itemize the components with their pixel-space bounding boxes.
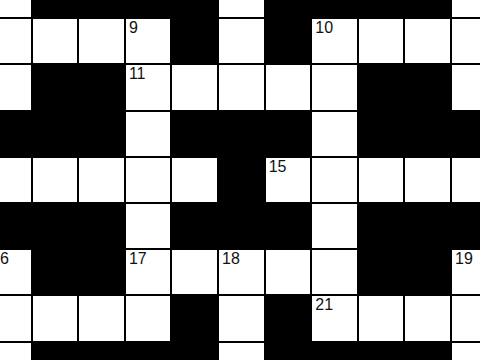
clue-number-18: 18 [222, 251, 240, 268]
cell-r4-c8[interactable] [359, 158, 404, 202]
cell-r8-c1 [33, 343, 78, 360]
cell-r3-c5 [219, 112, 264, 156]
cell-r8-c9 [405, 343, 450, 360]
cell-r5-c2 [79, 204, 124, 248]
clue-number-15: 15 [269, 159, 287, 176]
cell-r7-c0[interactable] [0, 296, 31, 340]
cell-r3-c9 [405, 112, 450, 156]
cell-r2-c2 [79, 65, 124, 109]
cell-r3-c3[interactable] [126, 112, 171, 156]
cell-r3-c0 [0, 112, 31, 156]
clue-number-17: 17 [129, 251, 147, 268]
cell-r4-c10[interactable] [452, 158, 480, 202]
clue-number-9: 9 [129, 20, 138, 37]
cell-r6-c9 [405, 250, 450, 294]
cell-r3-c2 [79, 112, 124, 156]
cell-r7-c2[interactable] [79, 296, 124, 340]
cell-r1-c6 [266, 19, 311, 63]
cell-r8-c3 [126, 343, 171, 360]
cell-r5-c10 [452, 204, 480, 248]
cell-r4-c7[interactable] [312, 158, 357, 202]
cell-r6-c7[interactable] [312, 250, 357, 294]
cell-r6-c4[interactable] [172, 250, 217, 294]
cell-r0-c10[interactable] [452, 0, 480, 17]
clue-number-10: 10 [315, 20, 333, 37]
cell-r1-c0[interactable] [0, 19, 31, 63]
cell-r5-c0 [0, 204, 31, 248]
cell-r1-c1[interactable] [33, 19, 78, 63]
cell-r7-c3[interactable] [126, 296, 171, 340]
clue-number-19: 19 [455, 251, 473, 268]
cell-r4-c4[interactable] [172, 158, 217, 202]
cell-r8-c10[interactable] [452, 343, 480, 360]
cell-r4-c6[interactable]: 15 [266, 158, 311, 202]
cell-r6-c1 [33, 250, 78, 294]
cell-r4-c0[interactable] [0, 158, 31, 202]
cell-r3-c10 [452, 112, 480, 156]
cell-r5-c3[interactable] [126, 204, 171, 248]
cell-r8-c6 [266, 343, 311, 360]
cell-r2-c0[interactable] [0, 65, 31, 109]
cell-r8-c8 [359, 343, 404, 360]
cell-r0-c4 [172, 0, 217, 17]
cell-r1-c10[interactable] [452, 19, 480, 63]
cell-r0-c7 [312, 0, 357, 17]
cell-r3-c8 [359, 112, 404, 156]
cell-r3-c1 [33, 112, 78, 156]
cell-r4-c2[interactable] [79, 158, 124, 202]
cell-r0-c8 [359, 0, 404, 17]
cell-r6-c5[interactable]: 18 [219, 250, 264, 294]
cell-r4-c9[interactable] [405, 158, 450, 202]
cell-r6-c8 [359, 250, 404, 294]
cell-r4-c5 [219, 158, 264, 202]
cell-r8-c4 [172, 343, 217, 360]
cell-r1-c7[interactable]: 10 [312, 19, 357, 63]
cell-r2-c5[interactable] [219, 65, 264, 109]
cell-r8-c0[interactable] [0, 343, 31, 360]
cell-r1-c9[interactable] [405, 19, 450, 63]
cell-r7-c6 [266, 296, 311, 340]
cell-r7-c10[interactable] [452, 296, 480, 340]
cell-r6-c2 [79, 250, 124, 294]
cell-r7-c4 [172, 296, 217, 340]
cell-r6-c3[interactable]: 17 [126, 250, 171, 294]
cell-r2-c1 [33, 65, 78, 109]
cell-r2-c7[interactable] [312, 65, 357, 109]
cell-r2-c6[interactable] [266, 65, 311, 109]
clue-number-6: 6 [0, 251, 9, 268]
cell-r2-c8 [359, 65, 404, 109]
cell-r7-c1[interactable] [33, 296, 78, 340]
clue-number-11: 11 [129, 66, 146, 83]
cell-r3-c6 [266, 112, 311, 156]
crossword-grid: 9101115617181921 [0, 0, 480, 360]
cell-r0-c6 [266, 0, 311, 17]
cell-r3-c7[interactable] [312, 112, 357, 156]
cell-r2-c10[interactable] [452, 65, 480, 109]
cell-r0-c0[interactable] [0, 0, 31, 17]
cell-r5-c7[interactable] [312, 204, 357, 248]
cell-r1-c8[interactable] [359, 19, 404, 63]
cell-r0-c1 [33, 0, 78, 17]
cell-r6-c6[interactable] [266, 250, 311, 294]
cell-r1-c2[interactable] [79, 19, 124, 63]
cell-r4-c1[interactable] [33, 158, 78, 202]
cell-r2-c3[interactable]: 11 [126, 65, 171, 109]
cell-r5-c6 [266, 204, 311, 248]
cell-r6-c10[interactable]: 19 [452, 250, 480, 294]
cell-r8-c2 [79, 343, 124, 360]
cell-r4-c3[interactable] [126, 158, 171, 202]
cell-r2-c4[interactable] [172, 65, 217, 109]
cell-r5-c8 [359, 204, 404, 248]
cell-r8-c5[interactable] [219, 343, 264, 360]
cell-r2-c9 [405, 65, 450, 109]
cell-r0-c9 [405, 0, 450, 17]
cell-r5-c1 [33, 204, 78, 248]
cell-r1-c4 [172, 19, 217, 63]
cell-r0-c5[interactable] [219, 0, 264, 17]
cell-r0-c3 [126, 0, 171, 17]
cell-r7-c9[interactable] [405, 296, 450, 340]
cell-r6-c0[interactable]: 6 [0, 250, 31, 294]
cell-r8-c7 [312, 343, 357, 360]
cell-r7-c5[interactable] [219, 296, 264, 340]
clue-number-21: 21 [315, 297, 333, 314]
cell-r7-c7[interactable]: 21 [312, 296, 357, 340]
cell-r7-c8[interactable] [359, 296, 404, 340]
cell-r3-c4 [172, 112, 217, 156]
cell-r1-c5[interactable] [219, 19, 264, 63]
cell-r5-c9 [405, 204, 450, 248]
cell-r0-c2 [79, 0, 124, 17]
cell-r5-c4 [172, 204, 217, 248]
cell-r5-c5 [219, 204, 264, 248]
cell-r1-c3[interactable]: 9 [126, 19, 171, 63]
